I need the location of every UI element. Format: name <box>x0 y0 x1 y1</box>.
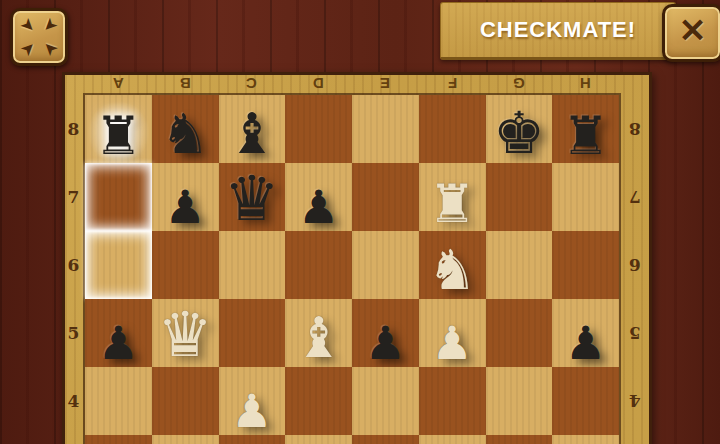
piece-c7-black-queen[interactable]: ♛ <box>219 168 286 230</box>
rank-label-4: 4 <box>619 367 650 435</box>
square-h8[interactable]: ♜ <box>552 95 619 163</box>
square-b7[interactable]: ♟ <box>152 163 219 231</box>
square-h5[interactable]: ♟ <box>552 299 619 367</box>
piece-c8-black-bishop[interactable]: ♝ <box>219 106 286 162</box>
square-e5[interactable]: ♟ <box>352 299 419 367</box>
square-h7[interactable] <box>552 163 619 231</box>
square-d8[interactable] <box>285 95 352 163</box>
square-c7[interactable]: ♛ <box>219 163 286 231</box>
square-d7[interactable]: ♟ <box>285 163 352 231</box>
file-labels-row: ABCDEFGH <box>85 72 619 95</box>
close-button[interactable]: ✕ <box>662 4 720 62</box>
file-label-a: A <box>85 72 152 95</box>
square-b3[interactable] <box>152 435 219 444</box>
chessboard: ♜♞♝♚♜♟♛♟♜♞♟♛♝♟♟♟♟ <box>85 95 619 444</box>
square-e4[interactable] <box>352 367 419 435</box>
square-g6[interactable] <box>486 231 553 299</box>
square-b6[interactable] <box>152 231 219 299</box>
checkmate-banner-label: CHECKMATE! <box>480 17 636 43</box>
piece-b5-white-queen[interactable]: ♛ <box>152 304 219 366</box>
piece-h8-black-rook[interactable]: ♜ <box>552 109 619 162</box>
file-label-e: E <box>352 72 419 95</box>
square-a5[interactable]: ♟ <box>85 299 152 367</box>
square-g5[interactable] <box>486 299 553 367</box>
square-d6[interactable] <box>285 231 352 299</box>
rank-labels-left: 87654321 <box>62 95 85 444</box>
square-f6[interactable]: ♞ <box>419 231 486 299</box>
square-e7[interactable] <box>352 163 419 231</box>
arrow-inward-icon: ➤ <box>39 14 61 36</box>
square-a8[interactable]: ♜ <box>85 95 152 163</box>
rank-label-6: 6 <box>62 231 85 299</box>
square-f8[interactable] <box>419 95 486 163</box>
square-c3[interactable] <box>219 435 286 444</box>
piece-f7-white-rook[interactable]: ♜ <box>419 177 486 230</box>
square-c5[interactable] <box>219 299 286 367</box>
rank-label-8: 8 <box>62 95 85 163</box>
exit-fullscreen-button[interactable]: ➤ ➤ ➤ ➤ <box>10 8 68 66</box>
square-g4[interactable] <box>486 367 553 435</box>
square-d3[interactable] <box>285 435 352 444</box>
piece-d7-black-pawn[interactable]: ♟ <box>285 184 352 230</box>
rank-label-3: 3 <box>619 435 650 444</box>
file-label-h: H <box>552 72 619 95</box>
arrow-inward-icon: ➤ <box>39 37 61 59</box>
square-f4[interactable] <box>419 367 486 435</box>
piece-b7-black-pawn[interactable]: ♟ <box>152 184 219 230</box>
square-h3[interactable] <box>552 435 619 444</box>
piece-e5-black-pawn[interactable]: ♟ <box>352 320 419 366</box>
square-f7[interactable]: ♜ <box>419 163 486 231</box>
piece-f6-white-knight[interactable]: ♞ <box>419 243 486 298</box>
square-g3[interactable] <box>486 435 553 444</box>
square-b5[interactable]: ♛ <box>152 299 219 367</box>
piece-c4-white-pawn[interactable]: ♟ <box>219 388 286 434</box>
file-label-g: G <box>486 72 553 95</box>
square-a6[interactable] <box>85 231 152 299</box>
piece-f5-white-pawn[interactable]: ♟ <box>419 320 486 366</box>
file-label-f: F <box>419 72 486 95</box>
piece-h5-black-pawn[interactable]: ♟ <box>552 320 619 366</box>
rank-labels-right: 87654321 <box>619 95 650 444</box>
square-b4[interactable] <box>152 367 219 435</box>
piece-b8-black-knight[interactable]: ♞ <box>152 107 219 162</box>
square-g7[interactable] <box>486 163 553 231</box>
piece-g8-black-king[interactable]: ♚ <box>486 104 553 162</box>
rank-label-5: 5 <box>619 299 650 367</box>
square-b8[interactable]: ♞ <box>152 95 219 163</box>
square-g8[interactable]: ♚ <box>486 95 553 163</box>
close-icon: ✕ <box>665 11 720 51</box>
square-a7[interactable] <box>85 163 152 231</box>
square-e6[interactable] <box>352 231 419 299</box>
rank-label-7: 7 <box>619 163 650 231</box>
square-c4[interactable]: ♟ <box>219 367 286 435</box>
square-f5[interactable]: ♟ <box>419 299 486 367</box>
piece-d5-white-bishop[interactable]: ♝ <box>285 310 352 366</box>
file-label-d: D <box>285 72 352 95</box>
square-f3[interactable] <box>419 435 486 444</box>
square-e8[interactable] <box>352 95 419 163</box>
piece-a5-black-pawn[interactable]: ♟ <box>85 320 152 366</box>
rank-label-7: 7 <box>62 163 85 231</box>
square-h4[interactable] <box>552 367 619 435</box>
rank-label-5: 5 <box>62 299 85 367</box>
square-a3[interactable] <box>85 435 152 444</box>
square-h6[interactable] <box>552 231 619 299</box>
square-c6[interactable] <box>219 231 286 299</box>
checkmate-banner: CHECKMATE! <box>440 2 676 60</box>
rank-label-4: 4 <box>62 367 85 435</box>
file-label-c: C <box>219 72 286 95</box>
square-d5[interactable]: ♝ <box>285 299 352 367</box>
file-label-b: B <box>152 72 219 95</box>
rank-label-3: 3 <box>62 435 85 444</box>
rank-label-6: 6 <box>619 231 650 299</box>
square-d4[interactable] <box>285 367 352 435</box>
arrow-inward-icon: ➤ <box>17 14 39 36</box>
square-e3[interactable] <box>352 435 419 444</box>
square-c8[interactable]: ♝ <box>219 95 286 163</box>
piece-a8-black-rook[interactable]: ♜ <box>85 109 152 162</box>
rank-label-8: 8 <box>619 95 650 163</box>
square-a4[interactable] <box>85 367 152 435</box>
arrow-inward-icon: ➤ <box>17 37 39 59</box>
